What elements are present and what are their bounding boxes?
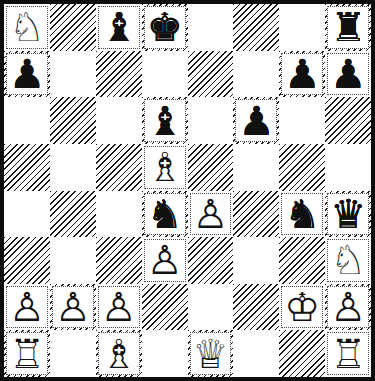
square-g4[interactable]: ♞: [279, 191, 325, 238]
white-pawn-piece: ♙: [55, 284, 91, 330]
square-c6[interactable]: [96, 97, 142, 144]
square-h4[interactable]: ♛: [325, 191, 371, 238]
square-f3[interactable]: [233, 237, 279, 284]
square-a7[interactable]: ♟: [4, 51, 50, 98]
square-d1[interactable]: [142, 330, 188, 377]
square-a5[interactable]: [4, 144, 50, 191]
square-d5[interactable]: ♗: [142, 144, 188, 191]
square-c5[interactable]: [96, 144, 142, 191]
white-knight-piece: ♘: [9, 4, 45, 50]
square-e8[interactable]: [188, 4, 234, 51]
white-pawn-piece: ♙: [330, 284, 366, 330]
square-h7[interactable]: ♟: [325, 51, 371, 98]
white-queen-piece: ♕: [193, 331, 229, 377]
square-h6[interactable]: [325, 97, 371, 144]
square-c8[interactable]: ♝: [96, 4, 142, 51]
square-a2[interactable]: ♙: [4, 284, 50, 331]
black-bishop-piece: ♝: [101, 4, 137, 50]
square-b4[interactable]: [50, 191, 96, 238]
square-e5[interactable]: [188, 144, 234, 191]
black-rook-piece: ♜: [330, 4, 366, 50]
square-f6[interactable]: ♟: [233, 97, 279, 144]
black-king-piece: ♚: [147, 4, 183, 50]
square-c3[interactable]: [96, 237, 142, 284]
square-d2[interactable]: [142, 284, 188, 331]
black-pawn-piece: ♟: [9, 51, 45, 97]
square-f2[interactable]: [233, 284, 279, 331]
square-c2[interactable]: ♙: [96, 284, 142, 331]
square-b8[interactable]: [50, 4, 96, 51]
square-d6[interactable]: ♝: [142, 97, 188, 144]
square-b5[interactable]: [50, 144, 96, 191]
square-c7[interactable]: [96, 51, 142, 98]
white-knight-piece: ♘: [330, 237, 366, 283]
square-g3[interactable]: [279, 237, 325, 284]
square-d8[interactable]: ♚: [142, 4, 188, 51]
white-bishop-piece: ♗: [101, 331, 137, 377]
white-rook-piece: ♖: [9, 331, 45, 377]
square-b6[interactable]: [50, 97, 96, 144]
square-d7[interactable]: [142, 51, 188, 98]
white-pawn-piece: ♙: [193, 191, 229, 237]
square-g1[interactable]: [279, 330, 325, 377]
square-a4[interactable]: [4, 191, 50, 238]
black-queen-piece: ♛: [330, 191, 366, 237]
square-h8[interactable]: ♜: [325, 4, 371, 51]
white-pawn-piece: ♙: [101, 284, 137, 330]
square-f1[interactable]: [233, 330, 279, 377]
white-king-piece: ♔: [284, 284, 320, 330]
square-e4[interactable]: ♙: [188, 191, 234, 238]
black-bishop-piece: ♝: [147, 98, 183, 144]
square-g5[interactable]: [279, 144, 325, 191]
square-d3[interactable]: ♙: [142, 237, 188, 284]
square-b1[interactable]: [50, 330, 96, 377]
black-pawn-piece: ♟: [238, 98, 274, 144]
square-g7[interactable]: ♟: [279, 51, 325, 98]
black-pawn-piece: ♟: [330, 51, 366, 97]
square-e1[interactable]: ♕: [188, 330, 234, 377]
square-h5[interactable]: [325, 144, 371, 191]
black-knight-piece: ♞: [147, 191, 183, 237]
square-c1[interactable]: ♗: [96, 330, 142, 377]
square-h1[interactable]: ♖: [325, 330, 371, 377]
square-b7[interactable]: [50, 51, 96, 98]
black-pawn-piece: ♟: [284, 51, 320, 97]
square-g8[interactable]: [279, 4, 325, 51]
square-b2[interactable]: ♙: [50, 284, 96, 331]
square-h2[interactable]: ♙: [325, 284, 371, 331]
square-g2[interactable]: ♔: [279, 284, 325, 331]
square-b3[interactable]: [50, 237, 96, 284]
square-f8[interactable]: [233, 4, 279, 51]
square-e7[interactable]: [188, 51, 234, 98]
white-bishop-piece: ♗: [147, 144, 183, 190]
white-pawn-piece: ♙: [147, 237, 183, 283]
square-f4[interactable]: [233, 191, 279, 238]
square-f5[interactable]: [233, 144, 279, 191]
square-e6[interactable]: [188, 97, 234, 144]
square-d4[interactable]: ♞: [142, 191, 188, 238]
square-a3[interactable]: [4, 237, 50, 284]
square-e2[interactable]: [188, 284, 234, 331]
chess-board: ♘♝♚♜♟♟♟♝♟♗♞♙♞♛♙♘♙♙♙♔♙♖♗♕♖: [0, 0, 375, 381]
square-f7[interactable]: [233, 51, 279, 98]
square-a8[interactable]: ♘: [4, 4, 50, 51]
black-knight-piece: ♞: [284, 191, 320, 237]
square-h3[interactable]: ♘: [325, 237, 371, 284]
white-pawn-piece: ♙: [9, 284, 45, 330]
square-c4[interactable]: [96, 191, 142, 238]
square-a1[interactable]: ♖: [4, 330, 50, 377]
white-rook-piece: ♖: [330, 331, 366, 377]
square-e3[interactable]: [188, 237, 234, 284]
square-a6[interactable]: [4, 97, 50, 144]
square-g6[interactable]: [279, 97, 325, 144]
